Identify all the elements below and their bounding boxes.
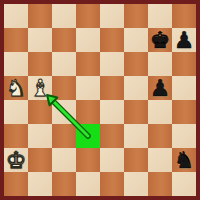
square-h5[interactable] xyxy=(172,76,196,100)
square-c1[interactable] xyxy=(52,172,76,196)
square-d2[interactable] xyxy=(76,148,100,172)
board-frame: ♚♟♞♝♟♚♞ xyxy=(0,0,200,200)
chess-app: ♚♟♞♝♟♚♞ xyxy=(0,0,200,200)
square-f2[interactable] xyxy=(124,148,148,172)
square-h8[interactable] xyxy=(172,4,196,28)
square-b8[interactable] xyxy=(28,4,52,28)
square-a5[interactable]: ♞ xyxy=(4,76,28,100)
square-d4[interactable] xyxy=(76,100,100,124)
square-f8[interactable] xyxy=(124,4,148,28)
square-e5[interactable] xyxy=(100,76,124,100)
square-h7[interactable]: ♟ xyxy=(172,28,196,52)
square-e4[interactable] xyxy=(100,100,124,124)
square-b5[interactable]: ♝ xyxy=(28,76,52,100)
square-b1[interactable] xyxy=(28,172,52,196)
square-d5[interactable] xyxy=(76,76,100,100)
piece-black-pawn[interactable]: ♟ xyxy=(172,28,196,52)
square-e3[interactable] xyxy=(100,124,124,148)
piece-black-king[interactable]: ♚ xyxy=(148,28,172,52)
square-d1[interactable] xyxy=(76,172,100,196)
square-a8[interactable] xyxy=(4,4,28,28)
square-h3[interactable] xyxy=(172,124,196,148)
square-a3[interactable] xyxy=(4,124,28,148)
square-a4[interactable] xyxy=(4,100,28,124)
square-c6[interactable] xyxy=(52,52,76,76)
piece-white-bishop[interactable]: ♝ xyxy=(28,76,52,100)
square-g2[interactable] xyxy=(148,148,172,172)
square-c7[interactable] xyxy=(52,28,76,52)
square-f4[interactable] xyxy=(124,100,148,124)
square-h1[interactable] xyxy=(172,172,196,196)
square-a7[interactable] xyxy=(4,28,28,52)
square-f1[interactable] xyxy=(124,172,148,196)
square-g3[interactable] xyxy=(148,124,172,148)
square-d6[interactable] xyxy=(76,52,100,76)
square-a1[interactable] xyxy=(4,172,28,196)
square-c5[interactable] xyxy=(52,76,76,100)
square-e6[interactable] xyxy=(100,52,124,76)
square-e8[interactable] xyxy=(100,4,124,28)
square-c8[interactable] xyxy=(52,4,76,28)
square-e7[interactable] xyxy=(100,28,124,52)
square-f3[interactable] xyxy=(124,124,148,148)
square-d3[interactable] xyxy=(76,124,100,148)
square-h4[interactable] xyxy=(172,100,196,124)
piece-white-knight[interactable]: ♞ xyxy=(4,76,28,100)
square-g6[interactable] xyxy=(148,52,172,76)
square-g4[interactable] xyxy=(148,100,172,124)
square-g1[interactable] xyxy=(148,172,172,196)
square-g8[interactable] xyxy=(148,4,172,28)
square-e2[interactable] xyxy=(100,148,124,172)
square-b2[interactable] xyxy=(28,148,52,172)
square-c3[interactable] xyxy=(52,124,76,148)
square-c2[interactable] xyxy=(52,148,76,172)
square-e1[interactable] xyxy=(100,172,124,196)
square-b6[interactable] xyxy=(28,52,52,76)
square-a2[interactable]: ♚ xyxy=(4,148,28,172)
square-b3[interactable] xyxy=(28,124,52,148)
piece-black-knight[interactable]: ♞ xyxy=(172,148,196,172)
square-b4[interactable] xyxy=(28,100,52,124)
chess-board: ♚♟♞♝♟♚♞ xyxy=(4,4,196,196)
square-b7[interactable] xyxy=(28,28,52,52)
square-d7[interactable] xyxy=(76,28,100,52)
square-a6[interactable] xyxy=(4,52,28,76)
square-f5[interactable] xyxy=(124,76,148,100)
square-c4[interactable] xyxy=(52,100,76,124)
square-h6[interactable] xyxy=(172,52,196,76)
square-g7[interactable]: ♚ xyxy=(148,28,172,52)
square-d8[interactable] xyxy=(76,4,100,28)
square-g5[interactable]: ♟ xyxy=(148,76,172,100)
piece-black-pawn[interactable]: ♟ xyxy=(148,76,172,100)
square-f6[interactable] xyxy=(124,52,148,76)
square-h2[interactable]: ♞ xyxy=(172,148,196,172)
square-f7[interactable] xyxy=(124,28,148,52)
piece-white-king[interactable]: ♚ xyxy=(4,148,28,172)
